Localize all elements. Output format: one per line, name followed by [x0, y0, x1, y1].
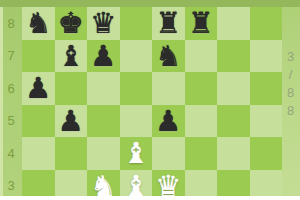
square-f4[interactable] — [185, 137, 218, 170]
square-c7[interactable]: ♟ — [87, 40, 120, 73]
square-e3[interactable]: ♛ — [152, 170, 185, 197]
chess-app-screen: 876543 ♞♚♛♜♜♝♟♞♟♟♟♝♞♝♛ 3/88 — [0, 0, 300, 200]
square-a5[interactable] — [22, 105, 55, 138]
square-g8[interactable] — [217, 7, 250, 40]
square-d5[interactable] — [120, 105, 153, 138]
black-rook-f8: ♜ — [185, 7, 218, 40]
frame-top-strip — [0, 0, 300, 7]
white-queen-e3: ♛ — [152, 170, 185, 197]
black-knight-e7: ♞ — [152, 40, 185, 73]
square-b3[interactable] — [55, 170, 88, 197]
square-e7[interactable]: ♞ — [152, 40, 185, 73]
square-b4[interactable] — [55, 137, 88, 170]
square-b7[interactable]: ♝ — [55, 40, 88, 73]
square-d8[interactable] — [120, 7, 153, 40]
white-knight-c3: ♞ — [87, 170, 120, 197]
square-f5[interactable] — [185, 105, 218, 138]
sidebar-counter-text: 3/88 — [283, 48, 298, 120]
square-f7[interactable] — [185, 40, 218, 73]
square-a4[interactable] — [22, 137, 55, 170]
square-h4[interactable] — [250, 137, 283, 170]
square-g6[interactable] — [217, 72, 250, 105]
square-b6[interactable] — [55, 72, 88, 105]
square-g7[interactable] — [217, 40, 250, 73]
square-e5[interactable]: ♟ — [152, 105, 185, 138]
square-g3[interactable] — [217, 170, 250, 197]
square-a6[interactable]: ♟ — [22, 72, 55, 105]
sidebar-char: / — [289, 66, 293, 84]
black-bishop-b7: ♝ — [55, 40, 88, 73]
chess-board[interactable]: ♞♚♛♜♜♝♟♞♟♟♟♝♞♝♛ — [22, 7, 282, 196]
square-e8[interactable]: ♜ — [152, 7, 185, 40]
rank-label-5: 5 — [0, 105, 22, 138]
rank-label-8: 8 — [0, 7, 22, 40]
square-c3[interactable]: ♞ — [87, 170, 120, 197]
rank-label-4: 4 — [0, 137, 22, 170]
black-pawn-b5: ♟ — [55, 105, 88, 138]
square-a3[interactable] — [22, 170, 55, 197]
page-background-strip — [0, 196, 300, 200]
square-c5[interactable] — [87, 105, 120, 138]
rank-label-6: 6 — [0, 72, 22, 105]
rank-label-7: 7 — [0, 40, 22, 73]
black-rook-e8: ♜ — [152, 7, 185, 40]
white-bishop-d4: ♝ — [120, 137, 153, 170]
square-d3[interactable]: ♝ — [120, 170, 153, 197]
square-g4[interactable] — [217, 137, 250, 170]
square-h8[interactable] — [250, 7, 283, 40]
sidebar-char: 8 — [287, 102, 294, 120]
square-c6[interactable] — [87, 72, 120, 105]
square-a8[interactable]: ♞ — [22, 7, 55, 40]
black-pawn-e5: ♟ — [152, 105, 185, 138]
square-f6[interactable] — [185, 72, 218, 105]
square-h7[interactable] — [250, 40, 283, 73]
square-e6[interactable] — [152, 72, 185, 105]
black-pawn-c7: ♟ — [87, 40, 120, 73]
square-c8[interactable]: ♛ — [87, 7, 120, 40]
black-pawn-a6: ♟ — [22, 72, 55, 105]
white-bishop-d3: ♝ — [120, 170, 153, 197]
square-d4[interactable]: ♝ — [120, 137, 153, 170]
sidebar-char: 8 — [287, 84, 294, 102]
square-h5[interactable] — [250, 105, 283, 138]
square-f3[interactable] — [185, 170, 218, 197]
square-b5[interactable]: ♟ — [55, 105, 88, 138]
rank-labels-column: 876543 — [0, 7, 22, 200]
square-f8[interactable]: ♜ — [185, 7, 218, 40]
black-king-b8: ♚ — [55, 7, 88, 40]
square-h6[interactable] — [250, 72, 283, 105]
square-e4[interactable] — [152, 137, 185, 170]
black-knight-a8: ♞ — [22, 7, 55, 40]
square-d6[interactable] — [120, 72, 153, 105]
square-g5[interactable] — [217, 105, 250, 138]
square-c4[interactable] — [87, 137, 120, 170]
square-d7[interactable] — [120, 40, 153, 73]
black-queen-c8: ♛ — [87, 7, 120, 40]
square-h3[interactable] — [250, 170, 283, 197]
square-b8[interactable]: ♚ — [55, 7, 88, 40]
sidebar-char: 3 — [287, 48, 294, 66]
square-a7[interactable] — [22, 40, 55, 73]
